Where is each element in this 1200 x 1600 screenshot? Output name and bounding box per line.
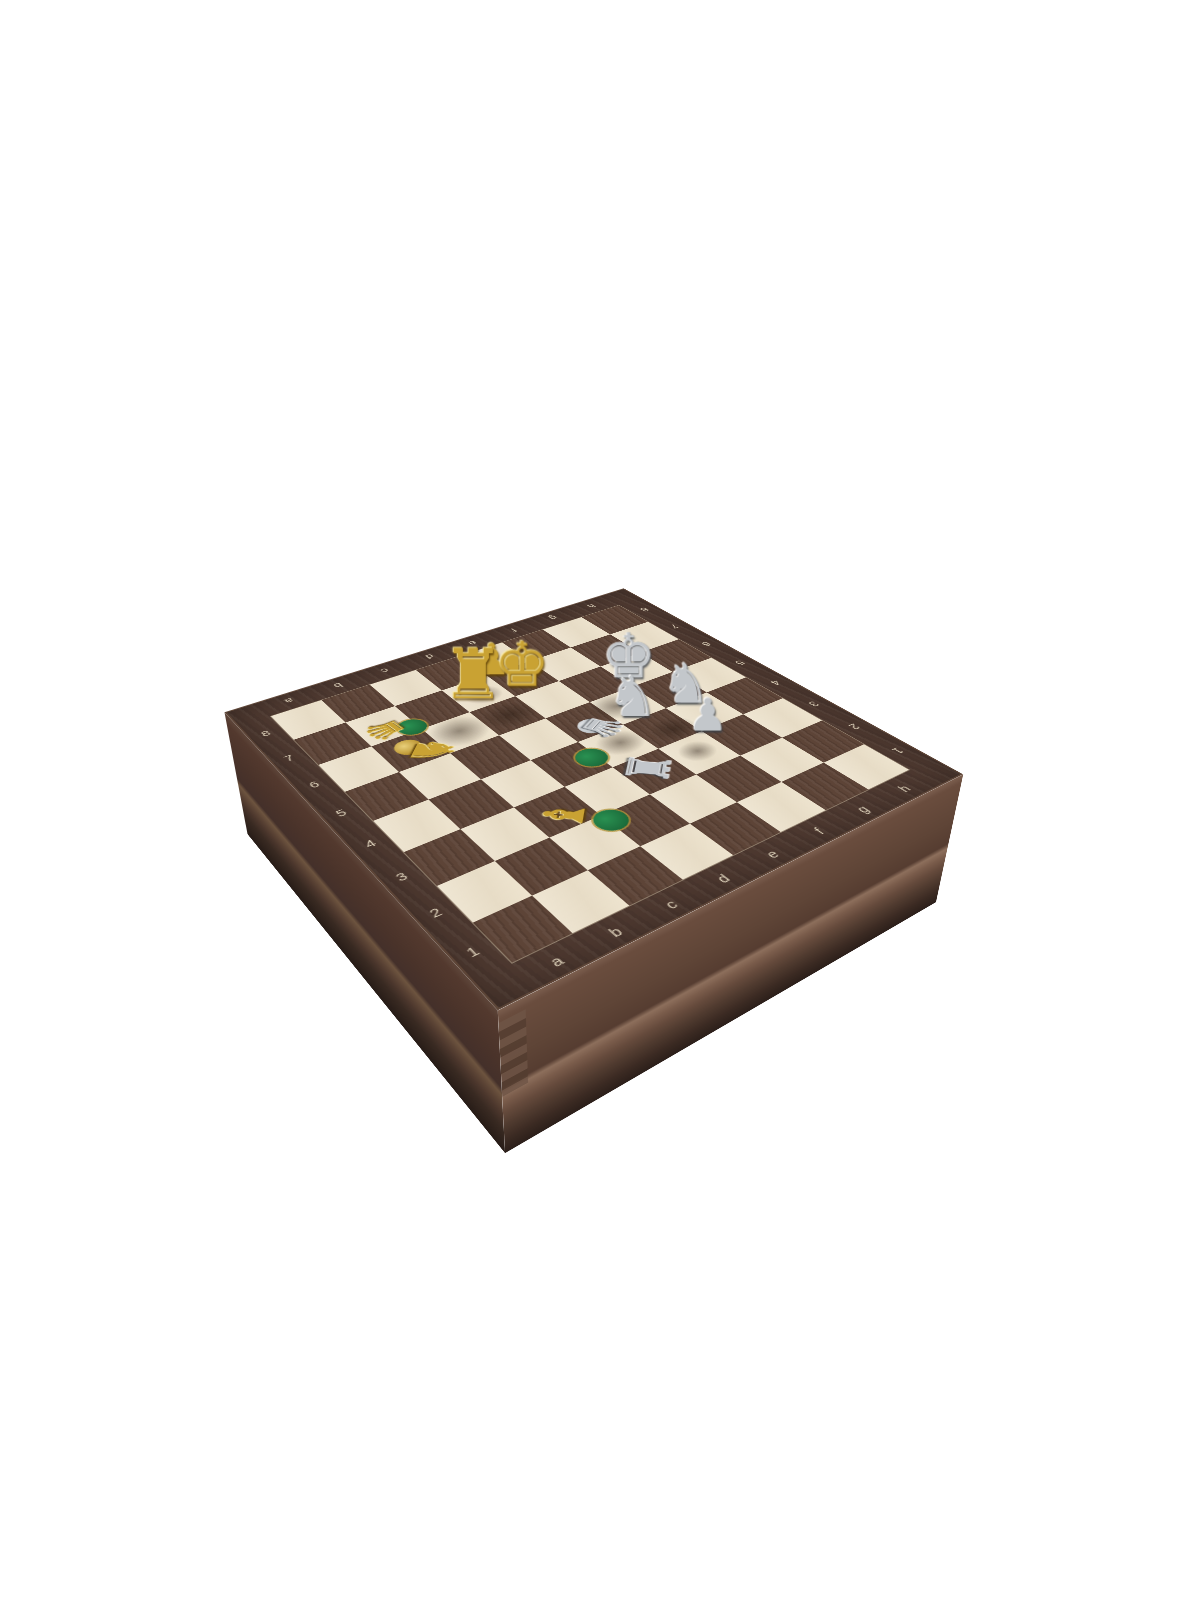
product-photo-scene: abcdefgh abcdefgh 87654321 87654321 ♛♞♜♚… (0, 0, 1200, 1600)
silver-rook-glyph: ♜ (614, 752, 677, 785)
chess-box: abcdefgh abcdefgh 87654321 87654321 ♛♞♜♚… (224, 588, 963, 1010)
silver-rook-felt-base (569, 745, 615, 770)
silver-knight-1-glyph: ♞ (607, 669, 658, 725)
silver-pawn-glyph: ♟ (687, 693, 727, 738)
dovetail-joint (498, 1009, 528, 1097)
gold-bishop-glyph: ♝ (535, 799, 595, 831)
